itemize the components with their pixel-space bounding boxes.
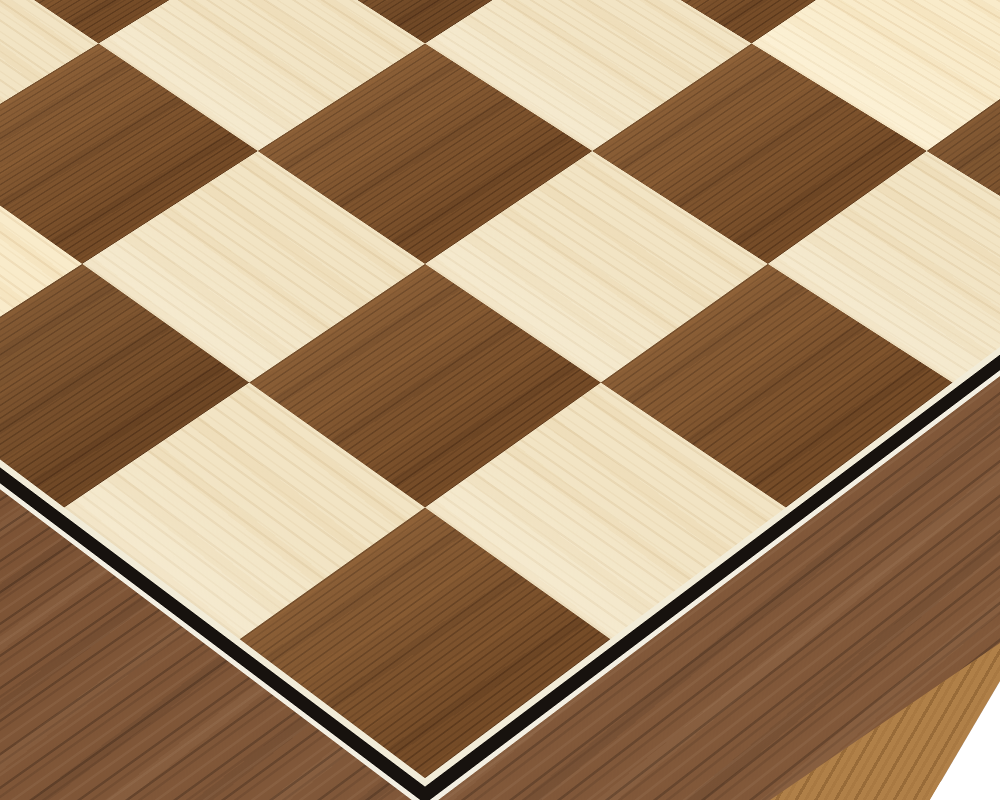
inlay-black-line bbox=[0, 0, 1000, 800]
maple-margin bbox=[0, 0, 1000, 787]
inlay-white-line bbox=[0, 0, 1000, 800]
playing-surface bbox=[0, 0, 1000, 778]
chessboard-photo bbox=[0, 0, 1000, 800]
chessboard-frame bbox=[0, 0, 1000, 800]
